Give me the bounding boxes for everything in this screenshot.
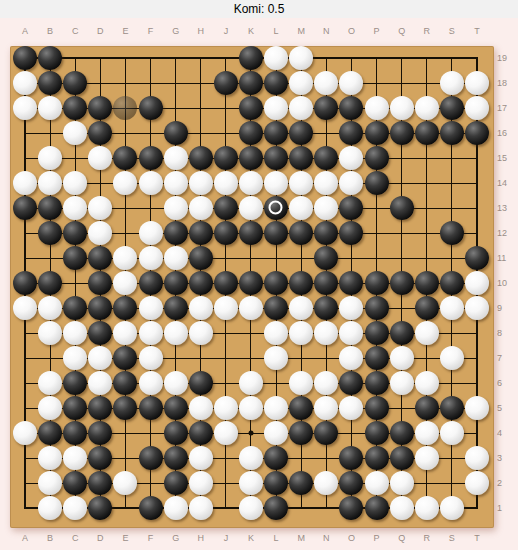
stone-black[interactable] xyxy=(314,246,338,270)
row-label: 8 xyxy=(497,327,513,339)
stone-white[interactable] xyxy=(38,321,62,345)
stone-black[interactable] xyxy=(239,71,263,95)
stone-white[interactable] xyxy=(88,346,112,370)
stone-black[interactable] xyxy=(365,296,389,320)
stone-white[interactable] xyxy=(415,321,439,345)
stone-white[interactable] xyxy=(63,496,87,520)
stone-white[interactable] xyxy=(38,171,62,195)
stone-white[interactable] xyxy=(365,471,389,495)
stone-white[interactable] xyxy=(289,371,313,395)
stone-white[interactable] xyxy=(465,71,489,95)
stone-black[interactable] xyxy=(88,321,112,345)
stone-white[interactable] xyxy=(88,146,112,170)
stone-white[interactable] xyxy=(415,371,439,395)
stone-black[interactable] xyxy=(214,221,238,245)
stone-black[interactable] xyxy=(339,96,363,120)
stone-black[interactable] xyxy=(289,146,313,170)
stone-black[interactable] xyxy=(440,96,464,120)
column-label: P xyxy=(369,532,385,544)
stone-white[interactable] xyxy=(239,396,263,420)
stone-white[interactable] xyxy=(113,321,137,345)
stone-white[interactable] xyxy=(113,246,137,270)
column-label: M xyxy=(293,532,309,544)
stone-black[interactable] xyxy=(189,421,213,445)
stone-white[interactable] xyxy=(264,421,288,445)
stone-white[interactable] xyxy=(239,496,263,520)
stone-black[interactable] xyxy=(390,446,414,470)
stone-black[interactable] xyxy=(189,146,213,170)
stone-black[interactable] xyxy=(314,146,338,170)
stone-black[interactable] xyxy=(13,46,37,70)
row-label: 13 xyxy=(497,202,513,214)
stone-white[interactable] xyxy=(264,96,288,120)
stone-white[interactable] xyxy=(13,421,37,445)
stone-white[interactable] xyxy=(139,296,163,320)
column-label: D xyxy=(92,25,108,37)
column-label: O xyxy=(343,25,359,37)
stone-white[interactable] xyxy=(289,96,313,120)
column-label: M xyxy=(293,25,309,37)
row-label: 16 xyxy=(497,127,513,139)
row-label: 11 xyxy=(497,252,513,264)
stone-white[interactable] xyxy=(465,271,489,295)
row-label: 2 xyxy=(497,477,513,489)
stone-black[interactable] xyxy=(164,221,188,245)
stone-black[interactable] xyxy=(88,296,112,320)
stone-white[interactable] xyxy=(339,171,363,195)
stone-white[interactable] xyxy=(13,96,37,120)
stone-black[interactable] xyxy=(440,396,464,420)
stone-black[interactable] xyxy=(239,221,263,245)
stone-white[interactable] xyxy=(314,171,338,195)
stone-white[interactable] xyxy=(88,221,112,245)
row-label: 15 xyxy=(497,152,513,164)
stone-black[interactable] xyxy=(314,421,338,445)
column-label: G xyxy=(168,25,184,37)
stone-black[interactable] xyxy=(164,271,188,295)
stone-white[interactable] xyxy=(164,321,188,345)
stone-white[interactable] xyxy=(139,171,163,195)
column-label: A xyxy=(17,532,33,544)
stone-black[interactable] xyxy=(289,471,313,495)
row-label: 12 xyxy=(497,227,513,239)
stone-white[interactable] xyxy=(239,471,263,495)
stone-white[interactable] xyxy=(63,321,87,345)
column-label: E xyxy=(117,532,133,544)
stone-black[interactable] xyxy=(390,121,414,145)
stone-black[interactable] xyxy=(440,271,464,295)
stone-black[interactable] xyxy=(88,246,112,270)
stone-white[interactable] xyxy=(139,371,163,395)
stone-black[interactable] xyxy=(440,221,464,245)
row-label: 1 xyxy=(497,502,513,514)
stone-black[interactable] xyxy=(164,396,188,420)
stone-white[interactable] xyxy=(164,496,188,520)
column-label: J xyxy=(218,25,234,37)
stone-white[interactable] xyxy=(189,321,213,345)
stone-black[interactable] xyxy=(113,296,137,320)
stone-black[interactable] xyxy=(314,221,338,245)
stone-white[interactable] xyxy=(239,446,263,470)
stone-black[interactable] xyxy=(189,271,213,295)
stone-white[interactable] xyxy=(390,346,414,370)
row-label: 9 xyxy=(497,302,513,314)
stone-white[interactable] xyxy=(314,396,338,420)
stone-white[interactable] xyxy=(465,96,489,120)
stone-white[interactable] xyxy=(339,71,363,95)
stone-black[interactable] xyxy=(264,221,288,245)
stone-black[interactable] xyxy=(113,371,137,395)
stone-white[interactable] xyxy=(139,346,163,370)
column-label: Q xyxy=(394,532,410,544)
stone-black[interactable] xyxy=(390,421,414,445)
stone-black[interactable] xyxy=(264,296,288,320)
stone-white[interactable] xyxy=(314,196,338,220)
stone-white[interactable] xyxy=(38,496,62,520)
stone-black[interactable] xyxy=(339,471,363,495)
stone-black[interactable] xyxy=(164,121,188,145)
stone-black[interactable] xyxy=(289,396,313,420)
stone-black[interactable] xyxy=(339,371,363,395)
stone-white[interactable] xyxy=(38,396,62,420)
row-label: 10 xyxy=(497,277,513,289)
stone-white[interactable] xyxy=(465,446,489,470)
row-label: 18 xyxy=(497,77,513,89)
last-move-marker xyxy=(269,201,283,215)
stone-white[interactable] xyxy=(415,421,439,445)
stone-white[interactable] xyxy=(139,246,163,270)
stone-white[interactable] xyxy=(214,296,238,320)
stone-black[interactable] xyxy=(339,446,363,470)
stone-black[interactable] xyxy=(365,421,389,445)
stone-black[interactable] xyxy=(88,471,112,495)
column-label: T xyxy=(469,532,485,544)
stone-black[interactable] xyxy=(164,471,188,495)
stone-black[interactable] xyxy=(239,271,263,295)
stone-black[interactable] xyxy=(88,421,112,445)
stone-black[interactable] xyxy=(113,346,137,370)
stone-black[interactable] xyxy=(214,196,238,220)
stone-white[interactable] xyxy=(339,296,363,320)
stone-white[interactable] xyxy=(139,321,163,345)
stone-black[interactable] xyxy=(38,196,62,220)
stone-white[interactable] xyxy=(289,296,313,320)
stone-black[interactable] xyxy=(289,271,313,295)
stone-black[interactable] xyxy=(339,496,363,520)
stone-white[interactable] xyxy=(38,446,62,470)
stone-black[interactable] xyxy=(339,271,363,295)
stone-black[interactable] xyxy=(88,96,112,120)
stone-black[interactable] xyxy=(139,446,163,470)
stone-white[interactable] xyxy=(13,296,37,320)
stone-black[interactable] xyxy=(264,146,288,170)
stone-black[interactable] xyxy=(13,271,37,295)
column-label: A xyxy=(17,25,33,37)
go-board[interactable] xyxy=(10,46,494,528)
stone-white[interactable] xyxy=(88,196,112,220)
stone-black[interactable] xyxy=(38,221,62,245)
column-label: O xyxy=(343,532,359,544)
stone-black[interactable] xyxy=(339,121,363,145)
stone-white[interactable] xyxy=(440,496,464,520)
stone-white[interactable] xyxy=(189,196,213,220)
stone-white[interactable] xyxy=(390,96,414,120)
stone-black[interactable] xyxy=(465,246,489,270)
stone-black[interactable] xyxy=(365,346,389,370)
stone-white[interactable] xyxy=(289,196,313,220)
stone-black[interactable] xyxy=(164,421,188,445)
stone-black[interactable] xyxy=(88,271,112,295)
stone-white[interactable] xyxy=(214,396,238,420)
stone-black[interactable] xyxy=(38,421,62,445)
stone-white[interactable] xyxy=(189,171,213,195)
stone-black[interactable] xyxy=(164,296,188,320)
column-label: B xyxy=(42,25,58,37)
stone-black[interactable] xyxy=(365,396,389,420)
stone-black[interactable] xyxy=(239,46,263,70)
stone-black[interactable] xyxy=(239,146,263,170)
stone-black[interactable] xyxy=(13,196,37,220)
stone-white[interactable] xyxy=(164,171,188,195)
stone-white[interactable] xyxy=(465,296,489,320)
stone-white[interactable] xyxy=(440,296,464,320)
stone-white[interactable] xyxy=(239,296,263,320)
stone-black[interactable] xyxy=(239,96,263,120)
stone-white[interactable] xyxy=(289,321,313,345)
column-label: D xyxy=(92,532,108,544)
stone-white[interactable] xyxy=(289,171,313,195)
stone-black[interactable] xyxy=(390,271,414,295)
stone-white[interactable] xyxy=(189,471,213,495)
stone-white[interactable] xyxy=(239,371,263,395)
stone-black[interactable] xyxy=(63,246,87,270)
column-label: P xyxy=(369,25,385,37)
stone-black[interactable] xyxy=(189,246,213,270)
stone-black[interactable] xyxy=(264,271,288,295)
stone-black[interactable] xyxy=(239,121,263,145)
stone-white[interactable] xyxy=(390,496,414,520)
stone-white[interactable] xyxy=(415,96,439,120)
stone-white[interactable] xyxy=(239,171,263,195)
stone-black[interactable] xyxy=(314,271,338,295)
stone-black[interactable] xyxy=(139,396,163,420)
stone-white[interactable] xyxy=(38,96,62,120)
stone-black[interactable] xyxy=(365,121,389,145)
stone-black[interactable] xyxy=(365,446,389,470)
row-label: 5 xyxy=(497,402,513,414)
stone-black[interactable] xyxy=(214,146,238,170)
stone-white[interactable] xyxy=(113,471,137,495)
stone-white[interactable] xyxy=(314,71,338,95)
stone-white[interactable] xyxy=(113,271,137,295)
stone-black[interactable] xyxy=(365,146,389,170)
column-label: L xyxy=(268,532,284,544)
stone-black[interactable] xyxy=(38,71,62,95)
stone-white[interactable] xyxy=(164,371,188,395)
stone-white[interactable] xyxy=(264,46,288,70)
stone-white[interactable] xyxy=(264,346,288,370)
column-label: N xyxy=(318,25,334,37)
stone-white[interactable] xyxy=(390,371,414,395)
stone-black[interactable] xyxy=(289,121,313,145)
stone-ghost-black[interactable] xyxy=(113,96,137,120)
stone-white[interactable] xyxy=(390,471,414,495)
stone-black[interactable] xyxy=(415,271,439,295)
stone-black[interactable] xyxy=(88,396,112,420)
stone-white[interactable] xyxy=(339,321,363,345)
stone-white[interactable] xyxy=(314,321,338,345)
stone-white[interactable] xyxy=(63,121,87,145)
stone-black[interactable] xyxy=(339,221,363,245)
column-label: F xyxy=(143,25,159,37)
stone-black-last-move[interactable] xyxy=(264,196,288,220)
row-label: 17 xyxy=(497,102,513,114)
stone-white[interactable] xyxy=(465,396,489,420)
stone-white[interactable] xyxy=(189,296,213,320)
stone-white[interactable] xyxy=(164,246,188,270)
stone-black[interactable] xyxy=(365,271,389,295)
column-label: N xyxy=(318,532,334,544)
stone-white[interactable] xyxy=(88,371,112,395)
stone-white[interactable] xyxy=(214,421,238,445)
stone-black[interactable] xyxy=(214,271,238,295)
stone-white[interactable] xyxy=(415,496,439,520)
stone-white[interactable] xyxy=(214,171,238,195)
stone-black[interactable] xyxy=(264,121,288,145)
stone-black[interactable] xyxy=(88,446,112,470)
stone-white[interactable] xyxy=(63,446,87,470)
stone-black[interactable] xyxy=(415,296,439,320)
stone-black[interactable] xyxy=(38,271,62,295)
column-label: L xyxy=(268,25,284,37)
stone-white[interactable] xyxy=(440,346,464,370)
stone-white[interactable] xyxy=(339,396,363,420)
stone-white[interactable] xyxy=(339,146,363,170)
stone-black[interactable] xyxy=(415,396,439,420)
stone-white[interactable] xyxy=(38,296,62,320)
column-label: K xyxy=(243,532,259,544)
stone-white[interactable] xyxy=(465,471,489,495)
stone-white[interactable] xyxy=(164,146,188,170)
stone-black[interactable] xyxy=(214,71,238,95)
stone-black[interactable] xyxy=(365,321,389,345)
column-label: H xyxy=(193,532,209,544)
stone-black[interactable] xyxy=(139,96,163,120)
stone-white[interactable] xyxy=(264,321,288,345)
column-label: F xyxy=(143,532,159,544)
stone-white[interactable] xyxy=(189,446,213,470)
stone-white[interactable] xyxy=(264,171,288,195)
row-label: 7 xyxy=(497,352,513,364)
stone-black[interactable] xyxy=(63,421,87,445)
stone-white[interactable] xyxy=(314,371,338,395)
stone-white[interactable] xyxy=(440,71,464,95)
stone-black[interactable] xyxy=(465,121,489,145)
stone-white[interactable] xyxy=(289,71,313,95)
stone-black[interactable] xyxy=(38,46,62,70)
stone-white[interactable] xyxy=(365,96,389,120)
stone-black[interactable] xyxy=(189,221,213,245)
stone-white[interactable] xyxy=(63,196,87,220)
stone-black[interactable] xyxy=(63,471,87,495)
stone-black[interactable] xyxy=(139,271,163,295)
stone-black[interactable] xyxy=(365,371,389,395)
stone-white[interactable] xyxy=(38,146,62,170)
stone-black[interactable] xyxy=(314,96,338,120)
stone-white[interactable] xyxy=(189,496,213,520)
stone-black[interactable] xyxy=(113,146,137,170)
stone-black[interactable] xyxy=(339,196,363,220)
column-label: Q xyxy=(394,25,410,37)
stone-white[interactable] xyxy=(264,396,288,420)
row-label: 14 xyxy=(497,177,513,189)
stone-white[interactable] xyxy=(38,371,62,395)
stone-black[interactable] xyxy=(365,496,389,520)
stone-white[interactable] xyxy=(38,471,62,495)
stone-white[interactable] xyxy=(139,221,163,245)
stone-black[interactable] xyxy=(88,121,112,145)
column-label: R xyxy=(419,532,435,544)
row-label: 3 xyxy=(497,452,513,464)
stone-black[interactable] xyxy=(264,471,288,495)
stone-white[interactable] xyxy=(314,471,338,495)
stone-black[interactable] xyxy=(440,121,464,145)
stone-black[interactable] xyxy=(365,171,389,195)
stone-black[interactable] xyxy=(113,396,137,420)
stone-black[interactable] xyxy=(189,371,213,395)
stone-black[interactable] xyxy=(314,296,338,320)
stone-black[interactable] xyxy=(63,396,87,420)
stone-white[interactable] xyxy=(415,446,439,470)
go-app: { "header": { "komi_label": "Komi: 0.5" … xyxy=(0,0,518,550)
stone-black[interactable] xyxy=(88,496,112,520)
stone-black[interactable] xyxy=(264,496,288,520)
stone-black[interactable] xyxy=(139,496,163,520)
star-point xyxy=(248,431,253,436)
stone-black[interactable] xyxy=(63,71,87,95)
stone-black[interactable] xyxy=(63,296,87,320)
stone-white[interactable] xyxy=(440,421,464,445)
row-label: 6 xyxy=(497,377,513,389)
column-label: B xyxy=(42,532,58,544)
column-label: K xyxy=(243,25,259,37)
stone-white[interactable] xyxy=(189,396,213,420)
stone-white[interactable] xyxy=(113,171,137,195)
stone-black[interactable] xyxy=(63,371,87,395)
stone-black[interactable] xyxy=(264,71,288,95)
stone-white[interactable] xyxy=(339,346,363,370)
stone-black[interactable] xyxy=(289,221,313,245)
stone-black[interactable] xyxy=(164,446,188,470)
stone-white[interactable] xyxy=(13,171,37,195)
stone-black[interactable] xyxy=(390,196,414,220)
stone-black[interactable] xyxy=(264,446,288,470)
komi-bar: Komi: 0.5 xyxy=(0,0,518,18)
stone-black[interactable] xyxy=(63,221,87,245)
stone-white[interactable] xyxy=(13,71,37,95)
stone-white[interactable] xyxy=(63,346,87,370)
stone-white[interactable] xyxy=(63,171,87,195)
stone-black[interactable] xyxy=(415,121,439,145)
stone-black[interactable] xyxy=(63,96,87,120)
stone-white[interactable] xyxy=(239,196,263,220)
column-label: G xyxy=(168,532,184,544)
stone-white[interactable] xyxy=(289,46,313,70)
stone-black[interactable] xyxy=(289,421,313,445)
stone-black[interactable] xyxy=(139,146,163,170)
stone-white[interactable] xyxy=(164,196,188,220)
stone-black[interactable] xyxy=(390,321,414,345)
